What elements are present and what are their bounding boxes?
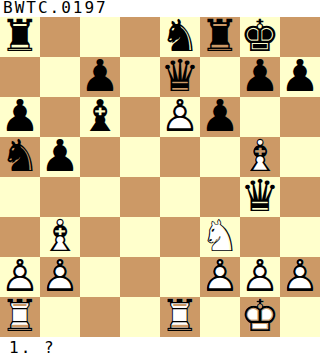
square-h4[interactable] <box>280 177 320 217</box>
square-b2[interactable]: ♟♙ <box>40 257 80 297</box>
square-b6[interactable] <box>40 97 80 137</box>
black-piece-glyph: ♟ <box>0 94 39 138</box>
square-h2[interactable]: ♟♙ <box>280 257 320 297</box>
black-piece-glyph: ♛ <box>160 54 199 98</box>
square-g6[interactable] <box>240 97 280 137</box>
black-rook: ♜ <box>200 17 240 57</box>
black-piece-glyph: ♝ <box>80 94 119 138</box>
square-d2[interactable] <box>120 257 160 297</box>
square-b1[interactable] <box>40 297 80 337</box>
white-rook: ♜♖ <box>160 297 200 337</box>
black-knight: ♞ <box>160 17 200 57</box>
square-d6[interactable] <box>120 97 160 137</box>
black-queen: ♛ <box>160 57 200 97</box>
white-piece-outline: ♔ <box>240 294 279 338</box>
square-c3[interactable] <box>80 217 120 257</box>
white-piece-fill: ♜ <box>160 294 199 338</box>
square-a5[interactable]: ♞ <box>0 137 40 177</box>
square-b8[interactable] <box>40 17 80 57</box>
chess-board: ♜♞♜♚♟♛♟♟♟♝♟♙♟♞♟♝♗♛♝♗♞♘♟♙♟♙♟♙♟♙♟♙♜♖♜♖♚♔ <box>0 17 320 337</box>
square-g8[interactable]: ♚ <box>240 17 280 57</box>
square-a6[interactable]: ♟ <box>0 97 40 137</box>
square-a8[interactable]: ♜ <box>0 17 40 57</box>
square-a1[interactable]: ♜♖ <box>0 297 40 337</box>
white-piece-outline: ♙ <box>280 254 319 298</box>
black-piece-glyph: ♞ <box>160 14 199 58</box>
white-pawn: ♟♙ <box>200 257 240 297</box>
square-a4[interactable] <box>0 177 40 217</box>
black-piece-glyph: ♜ <box>0 14 39 58</box>
white-bishop: ♝♗ <box>40 217 80 257</box>
black-bishop: ♝ <box>80 97 120 137</box>
black-piece-glyph: ♞ <box>0 134 39 178</box>
white-piece-fill: ♝ <box>40 214 79 258</box>
square-g3[interactable] <box>240 217 280 257</box>
black-piece-glyph: ♟ <box>280 54 319 98</box>
square-c7[interactable]: ♟ <box>80 57 120 97</box>
square-d5[interactable] <box>120 137 160 177</box>
square-f1[interactable] <box>200 297 240 337</box>
white-pawn: ♟♙ <box>240 257 280 297</box>
white-piece-outline: ♗ <box>40 214 79 258</box>
black-piece-glyph: ♟ <box>40 134 79 178</box>
square-c2[interactable] <box>80 257 120 297</box>
black-pawn: ♟ <box>240 57 280 97</box>
black-queen: ♛ <box>240 177 280 217</box>
square-e1[interactable]: ♜♖ <box>160 297 200 337</box>
square-h3[interactable] <box>280 217 320 257</box>
black-piece-glyph: ♟ <box>80 54 119 98</box>
square-c4[interactable] <box>80 177 120 217</box>
white-piece-fill: ♟ <box>0 254 39 298</box>
move-prompt: 1. ? <box>0 337 320 360</box>
square-d4[interactable] <box>120 177 160 217</box>
black-pawn: ♟ <box>0 97 40 137</box>
black-king: ♚ <box>240 17 280 57</box>
square-f6[interactable]: ♟ <box>200 97 240 137</box>
white-piece-outline: ♙ <box>40 254 79 298</box>
square-e2[interactable] <box>160 257 200 297</box>
square-d8[interactable] <box>120 17 160 57</box>
white-piece-outline: ♙ <box>200 254 239 298</box>
square-b7[interactable] <box>40 57 80 97</box>
square-f7[interactable] <box>200 57 240 97</box>
square-c1[interactable] <box>80 297 120 337</box>
black-pawn: ♟ <box>40 137 80 177</box>
white-piece-fill: ♟ <box>240 254 279 298</box>
square-d7[interactable] <box>120 57 160 97</box>
white-pawn: ♟♙ <box>280 257 320 297</box>
white-piece-outline: ♖ <box>160 294 199 338</box>
black-pawn: ♟ <box>200 97 240 137</box>
white-piece-fill: ♟ <box>160 94 199 138</box>
square-g4[interactable]: ♛ <box>240 177 280 217</box>
square-e3[interactable] <box>160 217 200 257</box>
white-pawn: ♟♙ <box>160 97 200 137</box>
square-b3[interactable]: ♝♗ <box>40 217 80 257</box>
square-e4[interactable] <box>160 177 200 217</box>
white-piece-outline: ♙ <box>240 254 279 298</box>
white-piece-outline: ♙ <box>160 94 199 138</box>
square-b4[interactable] <box>40 177 80 217</box>
white-rook: ♜♖ <box>0 297 40 337</box>
square-c8[interactable] <box>80 17 120 57</box>
white-piece-fill: ♚ <box>240 294 279 338</box>
white-piece-fill: ♟ <box>200 254 239 298</box>
white-pawn: ♟♙ <box>0 257 40 297</box>
square-h5[interactable] <box>280 137 320 177</box>
square-g2[interactable]: ♟♙ <box>240 257 280 297</box>
black-piece-glyph: ♚ <box>240 14 279 58</box>
black-pawn: ♟ <box>280 57 320 97</box>
white-knight: ♞♘ <box>200 217 240 257</box>
white-piece-fill: ♜ <box>0 294 39 338</box>
black-piece-glyph: ♟ <box>200 94 239 138</box>
square-e7[interactable]: ♛ <box>160 57 200 97</box>
square-h8[interactable] <box>280 17 320 57</box>
square-e8[interactable]: ♞ <box>160 17 200 57</box>
black-piece-glyph: ♛ <box>240 174 279 218</box>
square-g1[interactable]: ♚♔ <box>240 297 280 337</box>
square-g5[interactable]: ♝♗ <box>240 137 280 177</box>
square-h7[interactable]: ♟ <box>280 57 320 97</box>
square-c5[interactable] <box>80 137 120 177</box>
puzzle-title: BWTC.0197 <box>0 0 320 17</box>
white-piece-fill: ♞ <box>200 214 239 258</box>
white-piece-outline: ♙ <box>0 254 39 298</box>
square-h1[interactable] <box>280 297 320 337</box>
black-rook: ♜ <box>0 17 40 57</box>
square-f8[interactable]: ♜ <box>200 17 240 57</box>
white-pawn: ♟♙ <box>40 257 80 297</box>
white-piece-fill: ♟ <box>40 254 79 298</box>
square-f5[interactable] <box>200 137 240 177</box>
square-d3[interactable] <box>120 217 160 257</box>
square-a2[interactable]: ♟♙ <box>0 257 40 297</box>
white-bishop: ♝♗ <box>240 137 280 177</box>
black-knight: ♞ <box>0 137 40 177</box>
chess-puzzle-app: BWTC.0197 ♜♞♜♚♟♛♟♟♟♝♟♙♟♞♟♝♗♛♝♗♞♘♟♙♟♙♟♙♟♙… <box>0 0 320 360</box>
square-f2[interactable]: ♟♙ <box>200 257 240 297</box>
square-f3[interactable]: ♞♘ <box>200 217 240 257</box>
white-piece-fill: ♝ <box>240 134 279 178</box>
white-piece-outline: ♖ <box>0 294 39 338</box>
black-piece-glyph: ♟ <box>240 54 279 98</box>
square-f4[interactable] <box>200 177 240 217</box>
square-a7[interactable] <box>0 57 40 97</box>
square-d1[interactable] <box>120 297 160 337</box>
white-piece-outline: ♘ <box>200 214 239 258</box>
white-piece-outline: ♗ <box>240 134 279 178</box>
black-pawn: ♟ <box>80 57 120 97</box>
square-b5[interactable]: ♟ <box>40 137 80 177</box>
square-g7[interactable]: ♟ <box>240 57 280 97</box>
square-c6[interactable]: ♝ <box>80 97 120 137</box>
square-e6[interactable]: ♟♙ <box>160 97 200 137</box>
square-e5[interactable] <box>160 137 200 177</box>
white-piece-fill: ♟ <box>280 254 319 298</box>
square-h6[interactable] <box>280 97 320 137</box>
black-piece-glyph: ♜ <box>200 14 239 58</box>
white-king: ♚♔ <box>240 297 280 337</box>
square-a3[interactable] <box>0 217 40 257</box>
